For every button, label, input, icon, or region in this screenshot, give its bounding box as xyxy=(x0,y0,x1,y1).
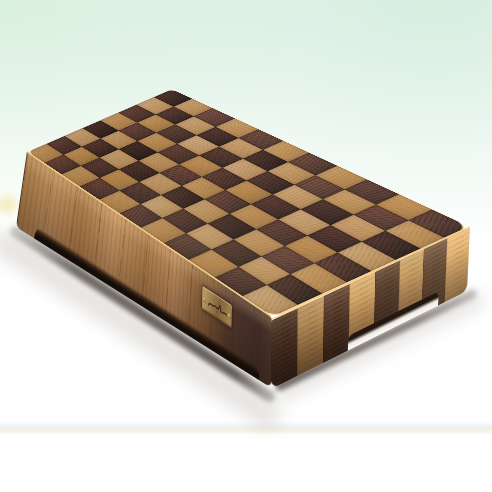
background-floor-seam xyxy=(0,421,492,435)
badge-screw-left xyxy=(203,296,206,302)
brand-badge xyxy=(201,285,232,330)
end-grain-stripe xyxy=(323,284,350,363)
brand-logo-icon xyxy=(207,294,229,323)
badge-screw-right xyxy=(228,313,231,319)
end-grain-stripe xyxy=(297,296,324,376)
product-photo-stage xyxy=(0,0,492,492)
end-grain-stripe xyxy=(271,308,297,389)
